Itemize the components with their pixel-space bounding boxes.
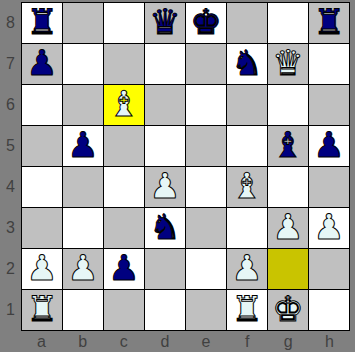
square-c1[interactable]	[104, 290, 144, 330]
white-rook: ♜	[231, 292, 262, 327]
rank-label-1: 1	[0, 290, 21, 331]
white-pawn: ♟	[149, 169, 180, 204]
square-h3[interactable]: ♟	[309, 208, 349, 248]
white-pawn: ♟	[272, 210, 303, 245]
square-h6[interactable]	[309, 85, 349, 125]
white-bishop: ♝	[231, 169, 262, 204]
square-b7[interactable]	[63, 44, 103, 84]
square-h1[interactable]	[309, 290, 349, 330]
file-label-h: h	[309, 331, 350, 352]
square-b4[interactable]	[63, 167, 103, 207]
file-label-e: e	[186, 331, 227, 352]
square-d3[interactable]: ♞	[145, 208, 185, 248]
square-e4[interactable]	[186, 167, 226, 207]
square-a8[interactable]: ♜	[22, 3, 62, 43]
square-b2[interactable]: ♟	[63, 249, 103, 289]
square-f6[interactable]	[227, 85, 267, 125]
chess-board: ♜♛♚♜♟♞♛♝♟♝♟♟♝♞♟♟♟♟♟♟♜♜♚	[21, 2, 350, 331]
rank-label-8: 8	[0, 2, 21, 43]
rank-labels: 87654321	[0, 2, 21, 331]
square-c7[interactable]	[104, 44, 144, 84]
square-c8[interactable]	[104, 3, 144, 43]
square-d6[interactable]	[145, 85, 185, 125]
square-e3[interactable]	[186, 208, 226, 248]
file-label-d: d	[144, 331, 185, 352]
square-e5[interactable]	[186, 126, 226, 166]
square-g3[interactable]: ♟	[268, 208, 308, 248]
square-c4[interactable]	[104, 167, 144, 207]
square-f1[interactable]: ♜	[227, 290, 267, 330]
black-king: ♚	[190, 5, 221, 40]
rank-label-2: 2	[0, 249, 21, 290]
square-a3[interactable]	[22, 208, 62, 248]
square-e7[interactable]	[186, 44, 226, 84]
square-f7[interactable]: ♞	[227, 44, 267, 84]
file-label-c: c	[103, 331, 144, 352]
white-pawn: ♟	[231, 251, 262, 286]
white-rook: ♜	[26, 292, 57, 327]
white-pawn: ♟	[313, 210, 344, 245]
square-a1[interactable]: ♜	[22, 290, 62, 330]
black-knight: ♞	[149, 210, 180, 245]
square-h8[interactable]: ♜	[309, 3, 349, 43]
white-pawn: ♟	[26, 251, 57, 286]
square-d8[interactable]: ♛	[145, 3, 185, 43]
file-label-a: a	[21, 331, 62, 352]
square-c2[interactable]: ♟	[104, 249, 144, 289]
square-a4[interactable]	[22, 167, 62, 207]
square-c6[interactable]: ♝	[104, 85, 144, 125]
square-g5[interactable]: ♝	[268, 126, 308, 166]
square-g7[interactable]: ♛	[268, 44, 308, 84]
square-f2[interactable]: ♟	[227, 249, 267, 289]
square-g4[interactable]	[268, 167, 308, 207]
square-b6[interactable]	[63, 85, 103, 125]
square-f5[interactable]	[227, 126, 267, 166]
white-queen: ♛	[272, 46, 303, 81]
square-h4[interactable]	[309, 167, 349, 207]
file-label-g: g	[268, 331, 309, 352]
square-c3[interactable]	[104, 208, 144, 248]
square-f8[interactable]	[227, 3, 267, 43]
white-king: ♚	[272, 292, 303, 327]
square-d4[interactable]: ♟	[145, 167, 185, 207]
square-d7[interactable]	[145, 44, 185, 84]
square-e1[interactable]	[186, 290, 226, 330]
black-pawn: ♟	[313, 128, 344, 163]
rank-label-5: 5	[0, 125, 21, 166]
square-b8[interactable]	[63, 3, 103, 43]
chess-app-frame: 87654321 ♜♛♚♜♟♞♛♝♟♝♟♟♝♞♟♟♟♟♟♟♜♜♚ abcdefg…	[0, 0, 355, 352]
file-labels: abcdefgh	[21, 331, 350, 352]
square-d1[interactable]	[145, 290, 185, 330]
rank-label-6: 6	[0, 84, 21, 125]
square-e2[interactable]	[186, 249, 226, 289]
square-d5[interactable]	[145, 126, 185, 166]
square-g2[interactable]	[268, 249, 308, 289]
square-h2[interactable]	[309, 249, 349, 289]
square-e8[interactable]: ♚	[186, 3, 226, 43]
square-c5[interactable]	[104, 126, 144, 166]
black-rook: ♜	[26, 5, 57, 40]
rank-label-7: 7	[0, 43, 21, 84]
square-g6[interactable]	[268, 85, 308, 125]
square-a2[interactable]: ♟	[22, 249, 62, 289]
square-f4[interactable]: ♝	[227, 167, 267, 207]
file-label-f: f	[227, 331, 268, 352]
square-a6[interactable]	[22, 85, 62, 125]
square-h5[interactable]: ♟	[309, 126, 349, 166]
black-pawn: ♟	[108, 251, 139, 286]
white-bishop: ♝	[108, 87, 139, 122]
square-h7[interactable]	[309, 44, 349, 84]
square-e6[interactable]	[186, 85, 226, 125]
square-d2[interactable]	[145, 249, 185, 289]
file-label-b: b	[62, 331, 103, 352]
black-bishop: ♝	[272, 128, 303, 163]
square-a7[interactable]: ♟	[22, 44, 62, 84]
square-a5[interactable]	[22, 126, 62, 166]
square-b3[interactable]	[63, 208, 103, 248]
black-pawn: ♟	[26, 46, 57, 81]
square-g1[interactable]: ♚	[268, 290, 308, 330]
square-f3[interactable]	[227, 208, 267, 248]
rank-label-3: 3	[0, 208, 21, 249]
square-g8[interactable]	[268, 3, 308, 43]
white-pawn: ♟	[67, 251, 98, 286]
square-b1[interactable]	[63, 290, 103, 330]
black-queen: ♛	[149, 5, 180, 40]
square-b5[interactable]: ♟	[63, 126, 103, 166]
rank-label-4: 4	[0, 167, 21, 208]
black-pawn: ♟	[67, 128, 98, 163]
black-knight: ♞	[231, 46, 262, 81]
black-rook: ♜	[313, 5, 344, 40]
